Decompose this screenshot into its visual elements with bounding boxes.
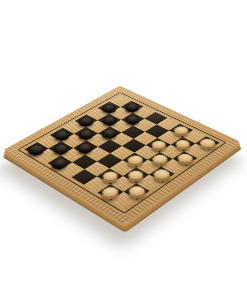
product-photo-scene	[0, 0, 247, 296]
checkers-board	[3, 86, 240, 224]
board-grid	[24, 95, 219, 208]
